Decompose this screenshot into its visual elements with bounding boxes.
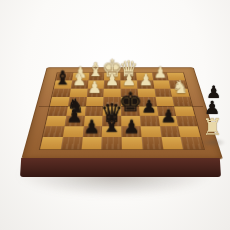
square-r0c0[interactable] (56, 73, 73, 81)
square-r7c4[interactable] (122, 137, 143, 149)
captured-pieces-shadow (200, 138, 226, 147)
square-r2c4[interactable] (121, 88, 138, 97)
square-r3c7[interactable] (172, 97, 192, 106)
square-r7c3[interactable] (101, 137, 121, 149)
square-r5c6[interactable]: ♟ (158, 116, 179, 126)
square-r4c0[interactable] (48, 106, 68, 116)
square-r4c4[interactable]: ♚ (121, 106, 140, 116)
square-r7c2[interactable] (81, 137, 102, 149)
piece-black-p: ♟ (161, 107, 177, 125)
square-r7c0[interactable] (40, 137, 62, 149)
square-r1c3[interactable]: ♟ (104, 80, 121, 88)
square-r5c7[interactable] (176, 116, 197, 126)
square-r4c5[interactable]: ♟ (139, 106, 158, 116)
square-r3c2[interactable] (86, 97, 104, 106)
square-r0c4[interactable]: ♛ (120, 73, 136, 81)
captured-white-rook: ♜ (202, 116, 223, 139)
square-r6c2[interactable]: ♟ (82, 126, 102, 137)
square-r3c0[interactable] (50, 97, 69, 106)
chess-set-photo: ♟♝♚♛♟♝♟♟♟♟♟♞♞♚♟♟♛♟♟♝♟ ♟ ♟ ♜ (0, 0, 230, 230)
square-r5c5[interactable] (140, 116, 160, 126)
square-r2c0[interactable] (52, 88, 71, 97)
square-r2c2[interactable]: ♟ (86, 88, 104, 97)
square-r1c0[interactable]: ♝ (54, 80, 72, 88)
piece-white-p: ♟ (73, 65, 87, 80)
square-r3c6[interactable] (155, 97, 174, 106)
square-r2c3[interactable] (104, 88, 121, 97)
square-r1c7[interactable] (169, 80, 187, 88)
square-r3c3[interactable] (103, 97, 121, 106)
square-r6c3[interactable]: ♝ (102, 126, 122, 137)
square-r5c2[interactable] (83, 116, 102, 126)
square-r2c1[interactable] (69, 88, 87, 97)
square-r0c6[interactable]: ♟ (152, 73, 169, 81)
square-r3c1[interactable] (68, 97, 87, 106)
square-r6c0[interactable] (43, 126, 65, 137)
piece-white-p: ♟ (154, 65, 168, 80)
square-r5c0[interactable] (45, 116, 66, 126)
square-r0c3[interactable]: ♚ (104, 73, 120, 81)
piece-black-p: ♟ (141, 98, 157, 116)
square-r2c7[interactable]: ♞ (171, 88, 190, 97)
square-r3c5[interactable] (138, 97, 157, 106)
square-r6c4[interactable]: ♟ (121, 126, 141, 137)
square-r6c1[interactable] (63, 126, 84, 137)
captured-pieces-tray: ♟ ♟ ♜ (196, 80, 230, 164)
square-r4c1[interactable]: ♞ (66, 106, 85, 116)
square-r5c3[interactable]: ♛ (102, 116, 121, 126)
square-r1c1[interactable]: ♟ (71, 80, 88, 88)
square-r0c7[interactable] (167, 73, 185, 81)
square-r1c2[interactable] (87, 80, 104, 88)
square-r2c6[interactable] (154, 88, 172, 97)
square-r6c5[interactable] (140, 126, 161, 137)
square-r5c1[interactable]: ♟ (64, 116, 84, 126)
square-r3c4[interactable] (121, 97, 139, 106)
square-r1c5[interactable]: ♟ (137, 80, 154, 88)
square-r0c5[interactable] (136, 73, 153, 81)
square-r7c5[interactable] (141, 137, 162, 149)
square-r7c6[interactable] (161, 137, 183, 149)
chess-board: ♟♝♚♛♟♝♟♟♟♟♟♞♞♚♟♟♛♟♟♝♟ (21, 67, 223, 159)
piece-black-n: ♞ (67, 96, 85, 116)
square-r6c6[interactable] (159, 126, 180, 137)
square-r0c2[interactable]: ♝ (88, 73, 104, 81)
piece-white-b: ♝ (88, 61, 105, 80)
square-r0c1[interactable]: ♟ (72, 73, 89, 81)
square-r5c4[interactable] (121, 116, 140, 126)
square-r1c4[interactable]: ♟ (120, 80, 137, 88)
piece-black-p: ♟ (66, 107, 82, 125)
square-r4c6[interactable] (157, 106, 177, 116)
square-r4c3[interactable] (103, 106, 121, 116)
square-r1c6[interactable] (153, 80, 171, 88)
square-r4c2[interactable] (84, 106, 103, 116)
square-r7c1[interactable] (61, 137, 83, 149)
square-r2c5[interactable] (137, 88, 155, 97)
square-r4c7[interactable] (174, 106, 194, 116)
board-front-edge (20, 158, 221, 177)
chess-board-grid: ♟♝♚♛♟♝♟♟♟♟♟♞♞♚♟♟♛♟♟♝♟ (39, 72, 205, 149)
